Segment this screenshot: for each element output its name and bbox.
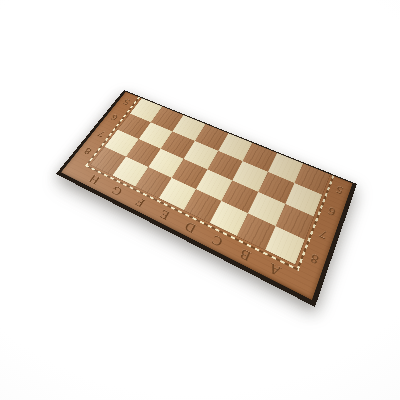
board-frame: HGFEDCBA55667788 [61, 92, 352, 300]
file-label-b: B [238, 246, 253, 263]
rank-label-left-8: 8 [82, 146, 93, 156]
rank-label-left-5: 5 [122, 98, 132, 107]
rank-label-right-5: 5 [335, 184, 345, 196]
board-shadow: HGFEDCBA55667788 [0, 0, 400, 400]
photo-background: HGFEDCBA55667788 [0, 0, 400, 400]
file-label-a: A [267, 261, 283, 279]
file-label-f: F [134, 196, 147, 209]
rank-label-right-6: 6 [327, 205, 337, 218]
file-label-c: C [210, 233, 225, 249]
file-label-h: H [87, 173, 102, 186]
chess-board: HGFEDCBA55667788 [56, 90, 357, 307]
file-label-g: G [110, 184, 125, 198]
file-label-d: D [183, 219, 198, 235]
board-grid [91, 98, 330, 264]
file-label-e: E [158, 207, 172, 221]
rank-label-left-7: 7 [96, 129, 106, 139]
rank-label-right-7: 7 [318, 228, 329, 242]
rank-label-right-8: 8 [309, 252, 320, 267]
rank-label-left-6: 6 [109, 113, 119, 122]
